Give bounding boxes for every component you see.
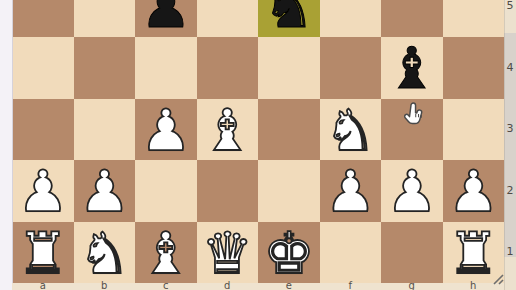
square-c4[interactable] xyxy=(135,37,197,99)
square-h2[interactable]: ♟ xyxy=(443,160,505,222)
square-e2[interactable] xyxy=(258,160,320,222)
square-g4[interactable]: ♝ xyxy=(381,37,443,99)
rank-label-3: 3 xyxy=(504,123,516,135)
hand-cursor-icon xyxy=(402,101,427,134)
black-pawn[interactable]: ♟ xyxy=(140,0,191,36)
white-bishop[interactable]: ♝ xyxy=(140,225,191,282)
chess-board: ♟♞♝♟♝♞♟♟♟♟♟♜♞♝♛♚♜ xyxy=(12,0,504,283)
square-c1[interactable]: ♝ xyxy=(135,222,197,284)
file-label-c: c xyxy=(135,281,197,290)
white-pawn[interactable]: ♟ xyxy=(325,163,376,220)
square-h3[interactable] xyxy=(443,99,505,161)
square-f2[interactable]: ♟ xyxy=(320,160,382,222)
rank-label-2: 2 xyxy=(504,185,516,197)
square-g2[interactable]: ♟ xyxy=(381,160,443,222)
file-label-g: g xyxy=(381,281,443,290)
square-c2[interactable] xyxy=(135,160,197,222)
white-pawn[interactable]: ♟ xyxy=(386,163,437,220)
file-label-a: a xyxy=(12,281,74,290)
square-a2[interactable]: ♟ xyxy=(12,160,74,222)
square-e3[interactable] xyxy=(258,99,320,161)
white-queen[interactable]: ♛ xyxy=(202,225,253,282)
resize-handle-icon[interactable] xyxy=(491,270,504,289)
file-label-e: e xyxy=(258,281,320,290)
white-pawn[interactable]: ♟ xyxy=(17,163,68,220)
file-label-d: d xyxy=(197,281,259,290)
square-d5[interactable] xyxy=(197,0,259,37)
square-b5[interactable] xyxy=(74,0,136,37)
file-label-f: f xyxy=(320,281,382,290)
square-e1[interactable]: ♚ xyxy=(258,222,320,284)
white-bishop[interactable]: ♝ xyxy=(202,102,253,159)
square-c5[interactable]: ♟ xyxy=(135,0,197,37)
rank-label-1: 1 xyxy=(504,246,516,258)
white-pawn[interactable]: ♟ xyxy=(448,163,499,220)
white-king[interactable]: ♚ xyxy=(263,225,314,282)
square-e4[interactable] xyxy=(258,37,320,99)
square-h4[interactable] xyxy=(443,37,505,99)
page-background-strip xyxy=(0,0,13,290)
rank-label-5: 5 xyxy=(504,0,516,12)
square-h5[interactable] xyxy=(443,0,505,37)
square-g1[interactable] xyxy=(381,222,443,284)
chess-board-screenshot: ♟♞♝♟♝♞♟♟♟♟♟♜♞♝♛♚♜ 54321abcdefgh xyxy=(0,0,516,290)
square-d2[interactable] xyxy=(197,160,259,222)
rank-label-4: 4 xyxy=(504,62,516,74)
square-d3[interactable]: ♝ xyxy=(197,99,259,161)
square-a4[interactable] xyxy=(12,37,74,99)
black-bishop[interactable]: ♝ xyxy=(386,40,437,97)
square-f3[interactable]: ♞ xyxy=(320,99,382,161)
square-a3[interactable] xyxy=(12,99,74,161)
square-b4[interactable] xyxy=(74,37,136,99)
white-pawn[interactable]: ♟ xyxy=(140,102,191,159)
square-a5[interactable] xyxy=(12,0,74,37)
square-f5[interactable] xyxy=(320,0,382,37)
white-knight[interactable]: ♞ xyxy=(79,225,130,282)
square-e5[interactable]: ♞ xyxy=(258,0,320,37)
file-label-b: b xyxy=(74,281,136,290)
black-knight[interactable]: ♞ xyxy=(263,0,314,36)
square-b3[interactable] xyxy=(74,99,136,161)
square-d4[interactable] xyxy=(197,37,259,99)
square-b1[interactable]: ♞ xyxy=(74,222,136,284)
square-a1[interactable]: ♜ xyxy=(12,222,74,284)
square-g5[interactable] xyxy=(381,0,443,37)
white-rook[interactable]: ♜ xyxy=(17,225,68,282)
square-c3[interactable]: ♟ xyxy=(135,99,197,161)
square-f1[interactable] xyxy=(320,222,382,284)
white-pawn[interactable]: ♟ xyxy=(79,163,130,220)
square-f4[interactable] xyxy=(320,37,382,99)
square-d1[interactable]: ♛ xyxy=(197,222,259,284)
white-knight[interactable]: ♞ xyxy=(325,102,376,159)
square-b2[interactable]: ♟ xyxy=(74,160,136,222)
